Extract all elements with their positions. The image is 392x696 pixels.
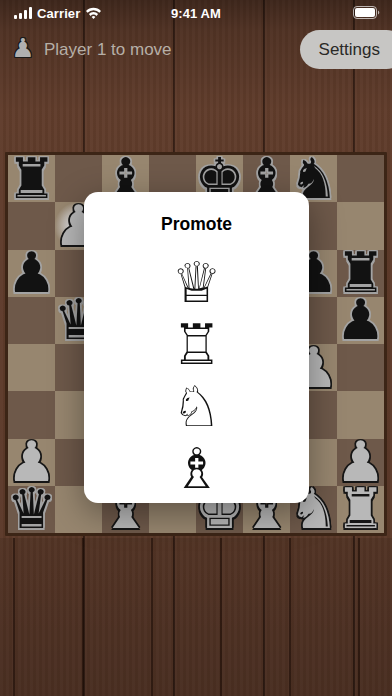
black-pawn-a6[interactable]: ♟ [6,245,56,301]
black-queen-a1[interactable]: ♛ [6,481,56,537]
square-a8[interactable]: ♜ [8,155,55,202]
square-a4[interactable] [8,344,55,391]
square-h1[interactable]: ♜ [337,486,384,533]
square-a6[interactable]: ♟ [8,250,55,297]
status-bar: Carrier 9:41 AM [0,0,392,26]
promotion-dialog-title: Promote [161,214,232,236]
square-h8[interactable] [337,155,384,202]
promotion-dialog: Promote ♕ ♖ ♘ ♗ [84,192,309,503]
promote-bishop-button[interactable]: ♗ [137,438,257,500]
white-rook-h1[interactable]: ♜ [335,481,385,537]
square-a1[interactable]: ♛ [8,486,55,533]
square-h5[interactable]: ♟ [337,297,384,344]
turn-status-text: Player 1 to move [44,40,172,60]
battery-icon [353,6,380,19]
promote-knight-button[interactable]: ♘ [137,376,257,438]
settings-button[interactable]: Settings [300,30,392,69]
promotion-options: ♕ ♖ ♘ ♗ [137,252,257,500]
clock: 9:41 AM [0,6,392,21]
white-pawn-turn-icon: ♟ [10,33,36,63]
promote-queen-button[interactable]: ♕ [137,252,257,314]
black-pawn-h5[interactable]: ♟ [335,292,385,348]
black-rook-a8[interactable]: ♜ [6,151,56,207]
promote-rook-button[interactable]: ♖ [137,314,257,376]
wood-planks-lower [0,538,392,696]
